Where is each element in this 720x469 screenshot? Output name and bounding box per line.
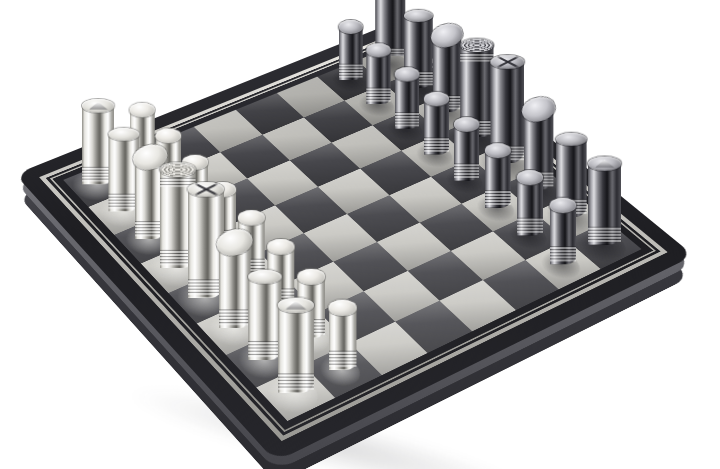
queen-top-cap	[460, 38, 494, 52]
square-f5	[377, 223, 451, 271]
rook-cylinder-body	[587, 163, 621, 244]
square-g5	[408, 251, 483, 301]
knight-top-cap	[555, 132, 586, 145]
pawn-top-cap	[329, 300, 357, 316]
pawn-top-cap	[517, 170, 543, 185]
knight-cylinder-body	[248, 276, 281, 360]
piece-white-knight-g1: ♘	[248, 276, 281, 360]
piece-black-pawn-g7: ♟	[517, 177, 543, 236]
rook-cylinder-body	[375, 0, 405, 64]
rook-cylinder-body	[277, 305, 313, 393]
piece-black-knight-b8: ♞	[404, 15, 433, 88]
piece-black-pawn-h7: ♟	[550, 205, 577, 265]
piece-black-queen-d8: ♛	[460, 45, 494, 137]
pawn-cylinder-body	[339, 27, 363, 81]
knight-top-cap	[248, 269, 281, 283]
queen-cylinder-body	[460, 45, 494, 137]
king-top-cap	[187, 181, 224, 196]
pawn-top-cap	[267, 239, 294, 254]
rook-top-cap	[277, 297, 313, 312]
rook-top-cap	[587, 156, 621, 170]
knight-top-cap	[404, 9, 433, 21]
queen-top-cap	[159, 162, 195, 177]
pawn-top-cap	[238, 210, 265, 225]
piece-white-bishop-f1: ♗	[219, 235, 251, 328]
piece-black-king-e8: ♚	[490, 62, 524, 163]
piece-white-pawn-h2: ♙	[329, 307, 357, 370]
knight-cylinder-body	[404, 15, 433, 88]
knight-top-cap	[108, 127, 139, 140]
king-cylinder-body	[490, 62, 524, 163]
piece-black-rook-h8: ♜	[587, 163, 621, 244]
pawn-top-cap	[297, 269, 325, 285]
pawn-cylinder-body	[550, 205, 577, 265]
pawn-cylinder-body	[329, 307, 357, 370]
pawn-top-cap	[550, 198, 577, 213]
pawn-top-cap	[339, 20, 363, 33]
rook-top-cap	[82, 99, 114, 113]
king-top-cap	[490, 55, 524, 69]
perspective-stage: ♜♞♝♛♚♝♞♜♟♟♟♟♟♟♟♟♙♙♙♙♙♙♙♙♖♘♗♕♔♗♘♖	[0, 0, 720, 469]
piece-white-rook-h1: ♖	[277, 305, 313, 393]
pawn-cylinder-body	[517, 177, 543, 236]
chess-set-photo: ♜♞♝♛♚♝♞♜♟♟♟♟♟♟♟♟♙♙♙♙♙♙♙♙♖♘♗♕♔♗♘♖ Overhea…	[0, 0, 720, 469]
pawn-top-cap	[130, 103, 155, 117]
piece-black-pawn-a7: ♟	[339, 27, 363, 81]
piece-black-rook-a8: ♜	[375, 0, 405, 64]
chessboard: ♜♞♝♛♚♝♞♜♟♟♟♟♟♟♟♟♙♙♙♙♙♙♙♙♖♘♗♕♔♗♘♖	[15, 19, 694, 462]
